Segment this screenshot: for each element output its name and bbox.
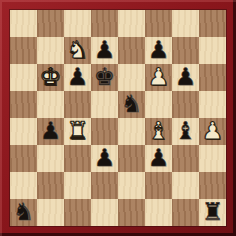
square-f5[interactable] bbox=[145, 91, 172, 118]
square-e3[interactable] bbox=[118, 145, 145, 172]
square-h7[interactable] bbox=[199, 37, 226, 64]
piece-white-pawn: ♟ bbox=[202, 118, 224, 145]
square-b6[interactable]: ♚ bbox=[37, 64, 64, 91]
board-frame: ♞♟♟♚♟♚♟♟♞♟♜♝♝♟♟♟♞♜ bbox=[0, 0, 236, 236]
square-g2[interactable] bbox=[172, 172, 199, 199]
square-c8[interactable] bbox=[64, 10, 91, 37]
square-g6[interactable]: ♟ bbox=[172, 64, 199, 91]
piece-white-rook: ♜ bbox=[67, 118, 89, 145]
square-a4[interactable] bbox=[10, 118, 37, 145]
square-e4[interactable] bbox=[118, 118, 145, 145]
square-d7[interactable]: ♟ bbox=[91, 37, 118, 64]
square-f7[interactable]: ♟ bbox=[145, 37, 172, 64]
square-d4[interactable] bbox=[91, 118, 118, 145]
square-g7[interactable] bbox=[172, 37, 199, 64]
square-d6[interactable]: ♚ bbox=[91, 64, 118, 91]
piece-black-rook: ♜ bbox=[202, 199, 224, 226]
piece-black-pawn: ♟ bbox=[40, 118, 62, 145]
square-h2[interactable] bbox=[199, 172, 226, 199]
square-b4[interactable]: ♟ bbox=[37, 118, 64, 145]
square-e2[interactable] bbox=[118, 172, 145, 199]
square-g5[interactable] bbox=[172, 91, 199, 118]
square-c2[interactable] bbox=[64, 172, 91, 199]
square-b1[interactable] bbox=[37, 199, 64, 226]
square-d1[interactable] bbox=[91, 199, 118, 226]
square-h4[interactable]: ♟ bbox=[199, 118, 226, 145]
piece-white-bishop: ♝ bbox=[148, 118, 170, 145]
piece-white-knight: ♞ bbox=[67, 37, 89, 64]
piece-black-king: ♚ bbox=[94, 64, 116, 91]
square-h5[interactable] bbox=[199, 91, 226, 118]
piece-white-king: ♚ bbox=[40, 64, 62, 91]
square-b2[interactable] bbox=[37, 172, 64, 199]
square-g4[interactable]: ♝ bbox=[172, 118, 199, 145]
square-g3[interactable] bbox=[172, 145, 199, 172]
piece-black-pawn: ♟ bbox=[94, 145, 116, 172]
piece-black-pawn: ♟ bbox=[148, 37, 170, 64]
square-b5[interactable] bbox=[37, 91, 64, 118]
square-b3[interactable] bbox=[37, 145, 64, 172]
square-a8[interactable] bbox=[10, 10, 37, 37]
square-h8[interactable] bbox=[199, 10, 226, 37]
square-c4[interactable]: ♜ bbox=[64, 118, 91, 145]
chess-board: ♞♟♟♚♟♚♟♟♞♟♜♝♝♟♟♟♞♜ bbox=[10, 10, 226, 226]
piece-black-pawn: ♟ bbox=[94, 37, 116, 64]
square-h1[interactable]: ♜ bbox=[199, 199, 226, 226]
square-a6[interactable] bbox=[10, 64, 37, 91]
square-f3[interactable]: ♟ bbox=[145, 145, 172, 172]
square-e6[interactable] bbox=[118, 64, 145, 91]
square-e7[interactable] bbox=[118, 37, 145, 64]
square-c7[interactable]: ♞ bbox=[64, 37, 91, 64]
square-e5[interactable]: ♞ bbox=[118, 91, 145, 118]
square-h6[interactable] bbox=[199, 64, 226, 91]
square-d2[interactable] bbox=[91, 172, 118, 199]
square-g1[interactable] bbox=[172, 199, 199, 226]
piece-white-pawn: ♟ bbox=[148, 64, 170, 91]
piece-black-knight: ♞ bbox=[121, 91, 143, 118]
square-d3[interactable]: ♟ bbox=[91, 145, 118, 172]
square-c1[interactable] bbox=[64, 199, 91, 226]
square-f1[interactable] bbox=[145, 199, 172, 226]
piece-black-pawn: ♟ bbox=[175, 64, 197, 91]
square-a2[interactable] bbox=[10, 172, 37, 199]
piece-black-knight: ♞ bbox=[13, 199, 35, 226]
square-e8[interactable] bbox=[118, 10, 145, 37]
square-e1[interactable] bbox=[118, 199, 145, 226]
square-d8[interactable] bbox=[91, 10, 118, 37]
square-c3[interactable] bbox=[64, 145, 91, 172]
square-c6[interactable]: ♟ bbox=[64, 64, 91, 91]
square-c5[interactable] bbox=[64, 91, 91, 118]
square-f2[interactable] bbox=[145, 172, 172, 199]
square-f6[interactable]: ♟ bbox=[145, 64, 172, 91]
square-a5[interactable] bbox=[10, 91, 37, 118]
square-h3[interactable] bbox=[199, 145, 226, 172]
piece-black-pawn: ♟ bbox=[148, 145, 170, 172]
piece-black-bishop: ♝ bbox=[175, 118, 197, 145]
piece-black-pawn: ♟ bbox=[67, 64, 89, 91]
square-f8[interactable] bbox=[145, 10, 172, 37]
square-g8[interactable] bbox=[172, 10, 199, 37]
square-d5[interactable] bbox=[91, 91, 118, 118]
square-a1[interactable]: ♞ bbox=[10, 199, 37, 226]
square-f4[interactable]: ♝ bbox=[145, 118, 172, 145]
square-b8[interactable] bbox=[37, 10, 64, 37]
square-b7[interactable] bbox=[37, 37, 64, 64]
square-a3[interactable] bbox=[10, 145, 37, 172]
square-a7[interactable] bbox=[10, 37, 37, 64]
